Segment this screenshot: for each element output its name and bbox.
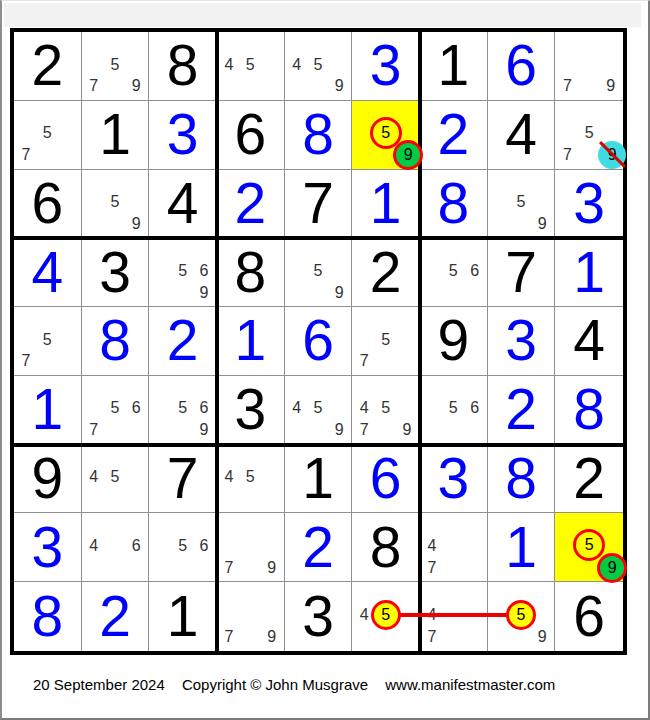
cell-r7c9[interactable]: 2 (555, 445, 623, 514)
cell-r4c7[interactable]: 56 (420, 238, 488, 307)
given-digit: 1 (82, 101, 149, 169)
solved-digit: 4 (14, 238, 81, 306)
solved-digit: 3 (488, 307, 555, 375)
candidate-9: 9 (126, 75, 147, 97)
candidate-6: 6 (464, 398, 485, 420)
given-digit: 4 (488, 101, 555, 169)
given-digit: 1 (149, 582, 216, 651)
cell-r4c4[interactable]: 8 (217, 238, 285, 307)
candidate-5: 5 (172, 535, 193, 557)
cell-r8c4[interactable]: 79 (217, 513, 285, 582)
cell-r5c2[interactable]: 8 (82, 307, 150, 376)
cell-r1c1[interactable]: 2 (14, 32, 82, 101)
footer-date: 20 September 2024 (33, 676, 165, 693)
given-digit: 7 (285, 170, 352, 238)
cell-r6c1[interactable]: 1 (14, 376, 82, 445)
cell-r4c2[interactable]: 3 (82, 238, 150, 307)
cell-r2c9[interactable]: 579 (555, 101, 623, 170)
cell-r7c8[interactable]: 8 (488, 445, 556, 514)
candidate-9: 9 (532, 213, 553, 235)
given-digit: 6 (217, 101, 284, 169)
candidate-9: 9 (193, 282, 214, 304)
cell-r8c7[interactable]: 47 (420, 513, 488, 582)
candidate-9: 9 (532, 626, 553, 648)
cell-r8c5[interactable]: 2 (285, 513, 353, 582)
pencil-marks: 57 (354, 307, 418, 372)
cell-r3c1[interactable]: 6 (14, 170, 82, 239)
cell-r9c5[interactable]: 3 (285, 582, 353, 651)
pencil-marks: 59 (286, 238, 350, 303)
solved-digit: 3 (149, 101, 216, 169)
cell-r2c4[interactable]: 6 (217, 101, 285, 170)
top-band (4, 3, 641, 27)
given-digit: 4 (149, 170, 216, 238)
solved-digit: 2 (217, 170, 284, 238)
candidate-4: 4 (218, 466, 239, 488)
cell-r1c4[interactable]: 45 (217, 32, 285, 101)
cell-r4c1[interactable]: 4 (14, 238, 82, 307)
candidate-5: 5 (375, 398, 396, 420)
solved-digit: 8 (420, 170, 487, 238)
pencil-marks: 569 (151, 376, 215, 441)
cell-r2c2[interactable]: 1 (82, 101, 150, 170)
cell-r4c6[interactable]: 2 (352, 238, 420, 307)
candidate-7: 7 (83, 75, 104, 97)
cell-r9c2[interactable]: 2 (82, 582, 150, 651)
cell-r5c8[interactable]: 3 (488, 307, 556, 376)
cell-r7c3[interactable]: 7 (149, 445, 217, 514)
cell-r3c4[interactable]: 2 (217, 170, 285, 239)
cell-r1c2[interactable]: 579 (82, 32, 150, 101)
candidate-5: 5 (104, 466, 125, 488)
cell-r2c6[interactable]: 59 (352, 101, 420, 170)
given-digit: 3 (217, 376, 284, 444)
pencil-marks: 45 (218, 32, 282, 97)
pencil-marks: 4579 (354, 376, 418, 441)
given-digit: 6 (555, 582, 623, 651)
cell-r2c8[interactable]: 4 (488, 101, 556, 170)
cell-r6c4[interactable]: 3 (217, 376, 285, 445)
given-digit: 4 (555, 307, 623, 375)
cell-r1c3[interactable]: 8 (149, 32, 217, 101)
given-digit: 7 (488, 238, 555, 306)
solved-digit: 6 (488, 32, 555, 100)
candidate-6: 6 (193, 260, 214, 282)
cell-r8c9[interactable]: 59 (555, 513, 623, 582)
candidate-7: 7 (421, 557, 442, 579)
cell-r3c9[interactable]: 3 (555, 170, 623, 239)
yellow-disc-annotation: 5 (371, 600, 401, 630)
candidate-5: 5 (578, 122, 600, 144)
solved-digit: 1 (555, 238, 623, 306)
cell-r1c9[interactable]: 79 (555, 32, 623, 101)
candidate-4: 4 (286, 54, 307, 76)
candidate-7: 7 (354, 350, 375, 372)
cell-r5c9[interactable]: 4 (555, 307, 623, 376)
pencil-marks: 47 (421, 582, 485, 648)
candidate-9: 9 (261, 626, 282, 648)
solved-digit: 2 (82, 582, 149, 651)
candidate-5: 5 (307, 398, 328, 420)
elimination-strike (599, 142, 626, 169)
candidate-5: 5 (240, 466, 261, 488)
candidate-4: 4 (354, 398, 375, 420)
cell-r8c1[interactable]: 3 (14, 513, 82, 582)
pencil-marks: 57 (15, 101, 79, 166)
cell-r7c5[interactable]: 1 (285, 445, 353, 514)
cell-r6c9[interactable]: 8 (555, 376, 623, 445)
pencil-marks: 79 (557, 32, 622, 97)
cell-r2c1[interactable]: 57 (14, 101, 82, 170)
yellow-disc-annotation: 5 (506, 600, 536, 630)
cell-r9c6[interactable]: 45 (352, 582, 420, 651)
cell-r2c5[interactable]: 8 (285, 101, 353, 170)
candidate-7: 7 (557, 144, 579, 166)
cell-r5c1[interactable]: 57 (14, 307, 82, 376)
solved-digit: 8 (82, 307, 149, 375)
candidate-7: 7 (557, 75, 579, 97)
cell-r5c6[interactable]: 57 (352, 307, 420, 376)
candidate-5: 5 (443, 260, 464, 282)
cyan-strike-annotation: 9 (598, 141, 626, 169)
cell-r9c1[interactable]: 8 (14, 582, 82, 651)
cell-r7c7[interactable]: 3 (420, 445, 488, 514)
candidate-6: 6 (126, 398, 147, 420)
solved-digit: 1 (352, 170, 419, 238)
solved-digit: 2 (488, 376, 555, 444)
candidate-7: 7 (15, 350, 36, 372)
cell-r6c5[interactable]: 459 (285, 376, 353, 445)
candidate-9: 9 (396, 419, 417, 441)
candidate-7: 7 (218, 626, 239, 648)
candidate-7: 7 (83, 419, 104, 441)
cell-r6c8[interactable]: 2 (488, 376, 556, 445)
cell-r3c2[interactable]: 59 (82, 170, 150, 239)
cell-r4c3[interactable]: 569 (149, 238, 217, 307)
cell-r4c9[interactable]: 1 (555, 238, 623, 307)
solved-digit: 6 (352, 445, 419, 513)
cell-r4c8[interactable]: 7 (488, 238, 556, 307)
candidate-5: 5 (37, 329, 58, 351)
given-digit: 9 (14, 445, 81, 513)
cell-r5c4[interactable]: 1 (217, 307, 285, 376)
given-digit: 1 (285, 445, 352, 513)
cell-r1c5[interactable]: 459 (285, 32, 353, 101)
cell-r6c2[interactable]: 567 (82, 376, 150, 445)
cell-r6c7[interactable]: 56 (420, 376, 488, 445)
candidate-7: 7 (354, 419, 375, 441)
cell-r3c5[interactable]: 7 (285, 170, 353, 239)
candidate-4: 4 (83, 466, 104, 488)
candidate-5: 5 (104, 191, 125, 213)
given-digit: 9 (420, 307, 487, 375)
given-digit: 8 (149, 32, 216, 100)
given-digit: 2 (555, 445, 623, 513)
cell-r8c8[interactable]: 1 (488, 513, 556, 582)
given-digit: 2 (14, 32, 81, 100)
cell-r5c3[interactable]: 2 (149, 307, 217, 376)
cell-r7c1[interactable]: 9 (14, 445, 82, 514)
cell-r7c2[interactable]: 45 (82, 445, 150, 514)
cell-r7c4[interactable]: 45 (217, 445, 285, 514)
cell-r6c3[interactable]: 569 (149, 376, 217, 445)
cell-r3c6[interactable]: 1 (352, 170, 420, 239)
candidate-5: 5 (240, 54, 261, 76)
pencil-marks: 56 (421, 238, 485, 303)
candidate-4: 4 (421, 535, 442, 557)
pencil-marks: 56 (421, 376, 485, 441)
cell-r6c6[interactable]: 4579 (352, 376, 420, 445)
cell-r5c5[interactable]: 6 (285, 307, 353, 376)
cell-r7c6[interactable]: 6 (352, 445, 420, 514)
candidate-5: 5 (375, 329, 396, 351)
cell-r1c8[interactable]: 6 (488, 32, 556, 101)
pencil-marks: 459 (286, 376, 350, 441)
pencil-marks: 56 (151, 513, 215, 578)
solved-digit: 3 (555, 170, 623, 238)
given-digit: 7 (149, 445, 216, 513)
candidate-7: 7 (15, 144, 36, 166)
cell-r8c2[interactable]: 46 (82, 513, 150, 582)
footer-website: www.manifestmaster.com (385, 676, 555, 693)
cell-r3c7[interactable]: 8 (420, 170, 488, 239)
candidate-6: 6 (193, 398, 214, 420)
candidate-9: 9 (261, 557, 282, 579)
pencil-marks: 47 (421, 513, 485, 578)
solved-digit: 6 (285, 307, 352, 375)
candidate-6: 6 (193, 535, 214, 557)
candidate-9: 9 (329, 282, 350, 304)
pencil-marks: 459 (286, 32, 350, 97)
cell-r8c6[interactable]: 8 (352, 513, 420, 582)
solved-digit: 3 (14, 513, 81, 581)
candidate-6: 6 (126, 535, 147, 557)
cell-r9c3[interactable]: 1 (149, 582, 217, 651)
given-digit: 3 (285, 582, 352, 651)
pencil-marks: 567 (83, 376, 147, 441)
candidate-5: 5 (104, 398, 125, 420)
pencil-marks: 569 (151, 238, 215, 303)
solved-digit: 8 (488, 445, 555, 513)
cell-r3c8[interactable]: 59 (488, 170, 556, 239)
cell-r9c7[interactable]: 47 (420, 582, 488, 651)
given-digit: 8 (352, 513, 419, 581)
solved-digit: 2 (149, 307, 216, 375)
cell-r1c7[interactable]: 1 (420, 32, 488, 101)
cell-r4c5[interactable]: 59 (285, 238, 353, 307)
candidate-9: 9 (329, 419, 350, 441)
solved-digit: 8 (14, 582, 81, 651)
candidate-5: 5 (307, 260, 328, 282)
candidate-4: 4 (83, 535, 104, 557)
pencil-marks: 46 (83, 513, 147, 578)
cell-r1c6[interactable]: 3 (352, 32, 420, 101)
sudoku-board: 2579845459316795713685924579659427185934… (10, 28, 627, 655)
cell-r9c8[interactable]: 95 (488, 582, 556, 651)
given-digit: 6 (14, 170, 81, 238)
candidate-9: 9 (329, 75, 350, 97)
candidate-5: 5 (307, 54, 328, 76)
cell-r3c3[interactable]: 4 (149, 170, 217, 239)
pencil-marks: 45 (83, 445, 147, 510)
pencil-marks: 45 (218, 445, 282, 510)
candidate-5: 5 (172, 260, 193, 282)
given-digit: 3 (82, 238, 149, 306)
candidate-7: 7 (421, 626, 442, 648)
pencil-marks: 59 (83, 170, 147, 235)
given-digit: 2 (352, 238, 419, 306)
cell-r8c3[interactable]: 56 (149, 513, 217, 582)
solved-digit: 3 (352, 32, 419, 100)
solved-digit: 1 (14, 376, 81, 444)
footer-copyright: Copyright © John Musgrave (182, 676, 368, 693)
candidate-5: 5 (37, 122, 58, 144)
cell-r5c7[interactable]: 9 (420, 307, 488, 376)
candidate-9: 9 (126, 213, 147, 235)
cell-r9c9[interactable]: 6 (555, 582, 623, 651)
given-digit: 8 (217, 238, 284, 306)
pencil-marks: 79 (218, 513, 282, 578)
candidate-4: 4 (421, 604, 442, 626)
solved-digit: 2 (420, 101, 487, 169)
cell-r2c3[interactable]: 3 (149, 101, 217, 170)
given-digit: 1 (420, 32, 487, 100)
candidate-6: 6 (464, 260, 485, 282)
solved-digit: 2 (285, 513, 352, 581)
candidate-5: 5 (172, 398, 193, 420)
solved-digit: 8 (555, 376, 623, 444)
candidate-4: 4 (286, 398, 307, 420)
candidate-9: 9 (600, 75, 622, 97)
cell-grid: 2579845459316795713685924579659427185934… (14, 32, 623, 651)
candidate-5: 5 (510, 191, 531, 213)
candidate-4: 4 (218, 54, 239, 76)
solved-digit: 8 (285, 101, 352, 169)
candidate-9: 9 (193, 419, 214, 441)
candidate-5: 5 (104, 54, 125, 76)
footer: 20 September 2024 Copyright © John Musgr… (33, 676, 633, 693)
pencil-marks: 579 (83, 32, 147, 97)
candidate-5: 5 (443, 398, 464, 420)
pencil-marks: 59 (489, 170, 553, 235)
solved-digit: 3 (420, 445, 487, 513)
pencil-marks: 79 (218, 582, 282, 648)
solved-digit: 1 (217, 307, 284, 375)
solved-digit: 1 (488, 513, 555, 581)
candidate-7: 7 (218, 557, 239, 579)
green-disc-annotation: 9 (393, 140, 423, 170)
cell-r2c7[interactable]: 2 (420, 101, 488, 170)
pencil-marks: 57 (15, 307, 79, 372)
cell-r9c4[interactable]: 79 (217, 582, 285, 651)
green-disc-annotation: 9 (597, 553, 627, 583)
